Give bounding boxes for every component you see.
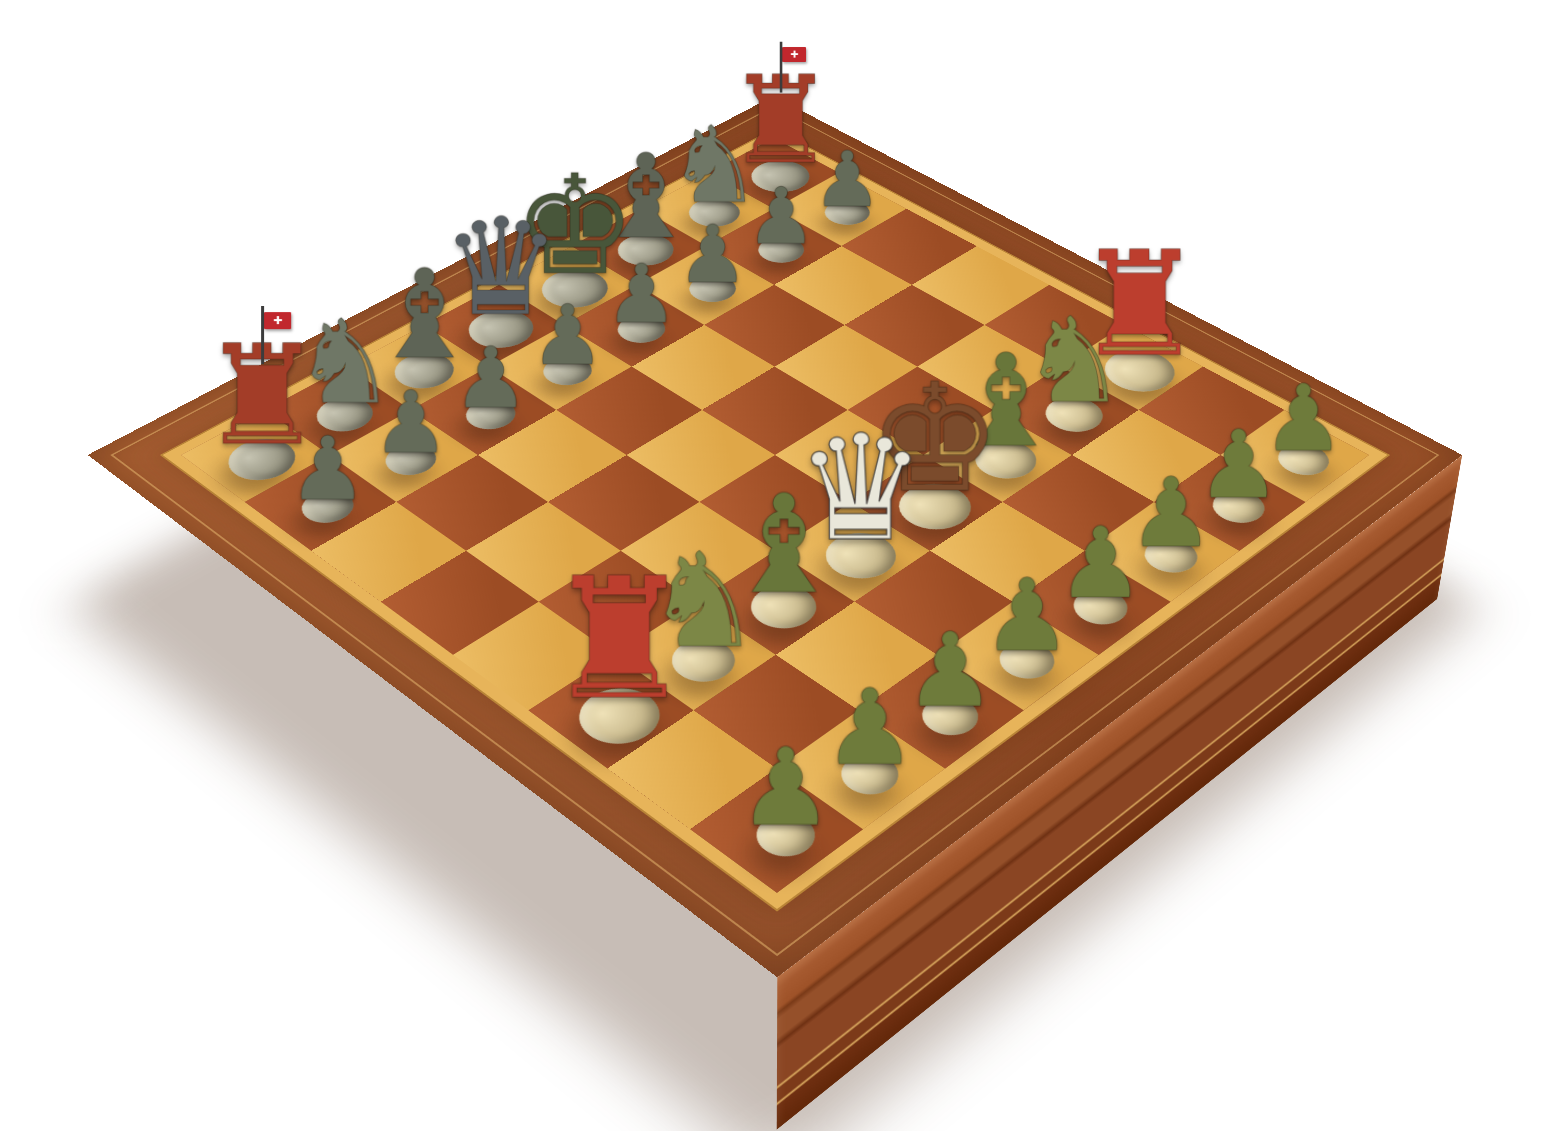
pawn-glyph: ♟ bbox=[904, 620, 996, 722]
pawn-glyph: ♟ bbox=[822, 676, 916, 781]
board: ♜✚♞♝♛♚♝♞♜✚♟♟♟♟♟♟♟♟♜♞♝♛♚♝♞♜♟♟♟♟♟♟♟♟ bbox=[88, 96, 1463, 977]
scene: ♜✚♞♝♛♚♝♞♜✚♟♟♟♟♟♟♟♟♜♞♝♛♚♝♞♜♟♟♟♟♟♟♟♟ bbox=[0, 0, 1561, 1131]
pawn-glyph: ♟ bbox=[453, 336, 529, 420]
pawn-glyph: ♟ bbox=[737, 735, 833, 842]
pawn-glyph: ♟ bbox=[605, 253, 678, 334]
photo-stage: ♜✚♞♝♛♚♝♞♜✚♟♟♟♟♟♟♟♟♜♞♝♛♚♝♞♜♟♟♟♟♟♟♟♟ bbox=[0, 0, 1561, 1131]
pawn-glyph: ♟ bbox=[677, 215, 749, 295]
pawn-glyph: ♟ bbox=[812, 141, 881, 218]
pawn-glyph: ♟ bbox=[746, 177, 816, 255]
red-banner-flag-icon: ✚ bbox=[782, 47, 806, 62]
red-banner-flag-icon: ✚ bbox=[264, 313, 291, 330]
pawn-glyph: ♟ bbox=[372, 379, 449, 465]
pawn-glyph: ♟ bbox=[530, 294, 604, 377]
chess-box: ♜✚♞♝♛♚♝♞♜✚♟♟♟♟♟♟♟♟♜♞♝♛♚♝♞♜♟♟♟♟♟♟♟♟ bbox=[88, 96, 1463, 977]
rook-glyph: ♜ bbox=[544, 556, 694, 723]
square-a3[interactable]: ♜ bbox=[529, 655, 694, 769]
pawn-glyph: ♟ bbox=[288, 425, 367, 513]
